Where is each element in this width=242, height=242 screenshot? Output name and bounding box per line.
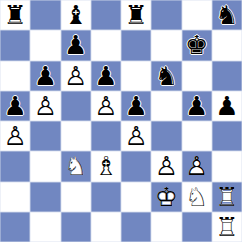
square-e5[interactable]: ♟ (121, 91, 151, 121)
square-a2[interactable] (0, 182, 30, 212)
square-d1[interactable] (91, 212, 121, 242)
black-pawn-icon: ♟ (215, 93, 238, 119)
white-rook-icon: ♜♖ (215, 214, 238, 240)
black-bishop-icon: ♝ (64, 2, 87, 28)
square-e8[interactable]: ♜ (121, 0, 151, 30)
square-b7[interactable] (30, 30, 60, 60)
square-c6[interactable]: ♟♙ (61, 61, 91, 91)
black-king-icon: ♚ (185, 32, 208, 58)
white-bishop-icon: ♝♗ (94, 153, 117, 179)
white-pawn-icon: ♟♙ (155, 153, 178, 179)
square-g1[interactable] (182, 212, 212, 242)
square-f1[interactable] (151, 212, 181, 242)
square-f6[interactable]: ♞ (151, 61, 181, 91)
white-knight-icon: ♞♘ (185, 184, 208, 210)
square-e7[interactable] (121, 30, 151, 60)
square-h4[interactable] (212, 121, 242, 151)
square-g7[interactable]: ♚ (182, 30, 212, 60)
square-c8[interactable]: ♝ (61, 0, 91, 30)
square-f3[interactable]: ♟♙ (151, 151, 181, 181)
square-d5[interactable]: ♟♙ (91, 91, 121, 121)
black-knight-icon: ♞ (215, 2, 238, 28)
square-e3[interactable] (121, 151, 151, 181)
square-c3[interactable]: ♞♘ (61, 151, 91, 181)
white-knight-icon: ♞♘ (64, 153, 87, 179)
square-b8[interactable] (30, 0, 60, 30)
square-c1[interactable] (61, 212, 91, 242)
square-a4[interactable]: ♟♙ (0, 121, 30, 151)
square-b3[interactable] (30, 151, 60, 181)
square-g2[interactable]: ♞♘ (182, 182, 212, 212)
square-f7[interactable] (151, 30, 181, 60)
square-g3[interactable]: ♟♙ (182, 151, 212, 181)
square-g8[interactable] (182, 0, 212, 30)
square-f2[interactable]: ♚♔ (151, 182, 181, 212)
square-b2[interactable] (30, 182, 60, 212)
square-h7[interactable] (212, 30, 242, 60)
square-e4[interactable]: ♟♙ (121, 121, 151, 151)
white-rook-icon: ♜♖ (215, 184, 238, 210)
square-e1[interactable] (121, 212, 151, 242)
white-pawn-icon: ♟♙ (94, 93, 117, 119)
square-d8[interactable] (91, 0, 121, 30)
black-pawn-icon: ♟ (94, 63, 117, 89)
square-d3[interactable]: ♝♗ (91, 151, 121, 181)
square-g5[interactable]: ♟ (182, 91, 212, 121)
square-c2[interactable] (61, 182, 91, 212)
square-b6[interactable]: ♟ (30, 61, 60, 91)
square-a3[interactable] (0, 151, 30, 181)
square-c5[interactable] (61, 91, 91, 121)
black-pawn-icon: ♟ (64, 32, 87, 58)
square-d6[interactable]: ♟ (91, 61, 121, 91)
square-f4[interactable] (151, 121, 181, 151)
square-h8[interactable]: ♞ (212, 0, 242, 30)
square-d7[interactable] (91, 30, 121, 60)
black-knight-icon: ♞ (155, 63, 178, 89)
black-pawn-icon: ♟ (34, 63, 57, 89)
square-f8[interactable] (151, 0, 181, 30)
black-pawn-icon: ♟ (124, 93, 147, 119)
square-g4[interactable] (182, 121, 212, 151)
square-h3[interactable] (212, 151, 242, 181)
square-a7[interactable] (0, 30, 30, 60)
square-a6[interactable] (0, 61, 30, 91)
white-pawn-icon: ♟♙ (185, 153, 208, 179)
chess-board: ♜♝♜♞♟♚♟♟♙♟♞♟♟♙♟♙♟♟♟♟♙♟♙♞♘♝♗♟♙♟♙♚♔♞♘♜♖♜♖ (0, 0, 242, 242)
square-c7[interactable]: ♟ (61, 30, 91, 60)
square-a8[interactable]: ♜ (0, 0, 30, 30)
white-pawn-icon: ♟♙ (34, 93, 57, 119)
black-rook-icon: ♜ (3, 2, 26, 28)
black-rook-icon: ♜ (124, 2, 147, 28)
white-king-icon: ♚♔ (155, 184, 178, 210)
white-pawn-icon: ♟♙ (3, 123, 26, 149)
square-b4[interactable] (30, 121, 60, 151)
square-e6[interactable] (121, 61, 151, 91)
square-b1[interactable] (30, 212, 60, 242)
square-a1[interactable] (0, 212, 30, 242)
square-d2[interactable] (91, 182, 121, 212)
white-pawn-icon: ♟♙ (124, 123, 147, 149)
black-pawn-icon: ♟ (3, 93, 26, 119)
square-b5[interactable]: ♟♙ (30, 91, 60, 121)
square-h1[interactable]: ♜♖ (212, 212, 242, 242)
square-h5[interactable]: ♟ (212, 91, 242, 121)
square-c4[interactable] (61, 121, 91, 151)
square-h2[interactable]: ♜♖ (212, 182, 242, 212)
square-h6[interactable] (212, 61, 242, 91)
square-e2[interactable] (121, 182, 151, 212)
black-pawn-icon: ♟ (185, 93, 208, 119)
square-a5[interactable]: ♟ (0, 91, 30, 121)
white-pawn-icon: ♟♙ (64, 63, 87, 89)
square-d4[interactable] (91, 121, 121, 151)
square-f5[interactable] (151, 91, 181, 121)
square-g6[interactable] (182, 61, 212, 91)
